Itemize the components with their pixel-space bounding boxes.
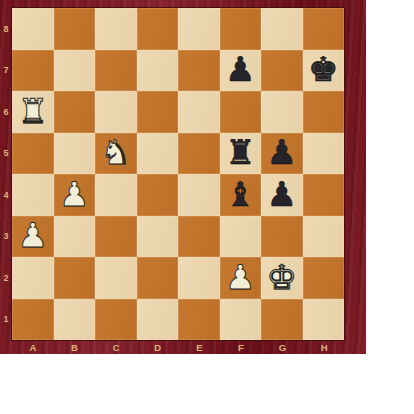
rank-labels: 87654321 [0,8,12,340]
square-e8[interactable] [178,8,220,50]
file-label-h: H [303,341,345,354]
piece-white-pawn[interactable]: ♟ [59,177,89,211]
square-e6[interactable] [178,91,220,133]
square-h6[interactable] [303,91,345,133]
square-a1[interactable] [12,299,54,341]
square-g7[interactable] [261,50,303,92]
square-h8[interactable] [303,8,345,50]
square-d1[interactable] [137,299,179,341]
page: 87654321 ABCDEFGH ♟♚♜♞♜♟♟♝♟♟♟♚ [0,0,414,414]
square-a4[interactable] [12,174,54,216]
piece-black-bishop[interactable]: ♝ [225,177,255,211]
square-a3[interactable]: ♟ [12,216,54,258]
square-d3[interactable] [137,216,179,258]
rank-label-4: 4 [0,174,12,216]
square-h7[interactable]: ♚ [303,50,345,92]
square-g2[interactable]: ♚ [261,257,303,299]
square-g3[interactable] [261,216,303,258]
rank-label-6: 6 [0,91,12,133]
rank-label-5: 5 [0,133,12,175]
square-f5[interactable]: ♜ [220,133,262,175]
piece-black-pawn[interactable]: ♟ [267,135,297,169]
square-h4[interactable] [303,174,345,216]
square-e3[interactable] [178,216,220,258]
square-d2[interactable] [137,257,179,299]
square-f4[interactable]: ♝ [220,174,262,216]
square-c6[interactable] [95,91,137,133]
square-a2[interactable] [12,257,54,299]
square-g8[interactable] [261,8,303,50]
square-b7[interactable] [54,50,96,92]
square-a8[interactable] [12,8,54,50]
square-h2[interactable] [303,257,345,299]
square-h1[interactable] [303,299,345,341]
square-h3[interactable] [303,216,345,258]
square-a7[interactable] [12,50,54,92]
file-label-e: E [179,341,221,354]
file-label-g: G [262,341,304,354]
square-c3[interactable] [95,216,137,258]
file-label-f: F [220,341,262,354]
piece-white-pawn[interactable]: ♟ [225,260,255,294]
square-c8[interactable] [95,8,137,50]
rank-label-2: 2 [0,257,12,299]
square-g6[interactable] [261,91,303,133]
file-label-c: C [95,341,137,354]
square-d7[interactable] [137,50,179,92]
rank-label-3: 3 [0,216,12,258]
square-h5[interactable] [303,133,345,175]
piece-white-rook[interactable]: ♜ [18,94,48,128]
square-g1[interactable] [261,299,303,341]
square-f1[interactable] [220,299,262,341]
piece-white-king[interactable]: ♚ [267,260,297,294]
square-f2[interactable]: ♟ [220,257,262,299]
square-b6[interactable] [54,91,96,133]
file-label-d: D [137,341,179,354]
piece-black-pawn[interactable]: ♟ [225,52,255,86]
chess-board-frame: 87654321 ABCDEFGH ♟♚♜♞♜♟♟♝♟♟♟♚ [0,0,366,354]
rank-label-1: 1 [0,299,12,341]
square-c7[interactable] [95,50,137,92]
square-e4[interactable] [178,174,220,216]
square-e2[interactable] [178,257,220,299]
square-b8[interactable] [54,8,96,50]
square-f7[interactable]: ♟ [220,50,262,92]
square-d6[interactable] [137,91,179,133]
square-g4[interactable]: ♟ [261,174,303,216]
square-b1[interactable] [54,299,96,341]
chess-board: ♟♚♜♞♜♟♟♝♟♟♟♚ [12,8,344,340]
square-c4[interactable] [95,174,137,216]
rank-label-7: 7 [0,50,12,92]
square-e5[interactable] [178,133,220,175]
rank-label-8: 8 [0,8,12,50]
file-label-a: A [12,341,54,354]
file-label-b: B [54,341,96,354]
square-b5[interactable] [54,133,96,175]
square-f8[interactable] [220,8,262,50]
piece-black-rook[interactable]: ♜ [225,135,255,169]
square-c1[interactable] [95,299,137,341]
square-b4[interactable]: ♟ [54,174,96,216]
square-g5[interactable]: ♟ [261,133,303,175]
square-e1[interactable] [178,299,220,341]
square-f6[interactable] [220,91,262,133]
piece-black-king[interactable]: ♚ [308,52,338,86]
square-a5[interactable] [12,133,54,175]
square-c5[interactable]: ♞ [95,133,137,175]
square-b3[interactable] [54,216,96,258]
square-d8[interactable] [137,8,179,50]
square-b2[interactable] [54,257,96,299]
piece-white-knight[interactable]: ♞ [101,135,131,169]
square-a6[interactable]: ♜ [12,91,54,133]
piece-white-pawn[interactable]: ♟ [18,218,48,252]
square-e7[interactable] [178,50,220,92]
square-d4[interactable] [137,174,179,216]
square-c2[interactable] [95,257,137,299]
square-f3[interactable] [220,216,262,258]
piece-black-pawn[interactable]: ♟ [267,177,297,211]
square-d5[interactable] [137,133,179,175]
file-labels: ABCDEFGH [12,341,345,354]
